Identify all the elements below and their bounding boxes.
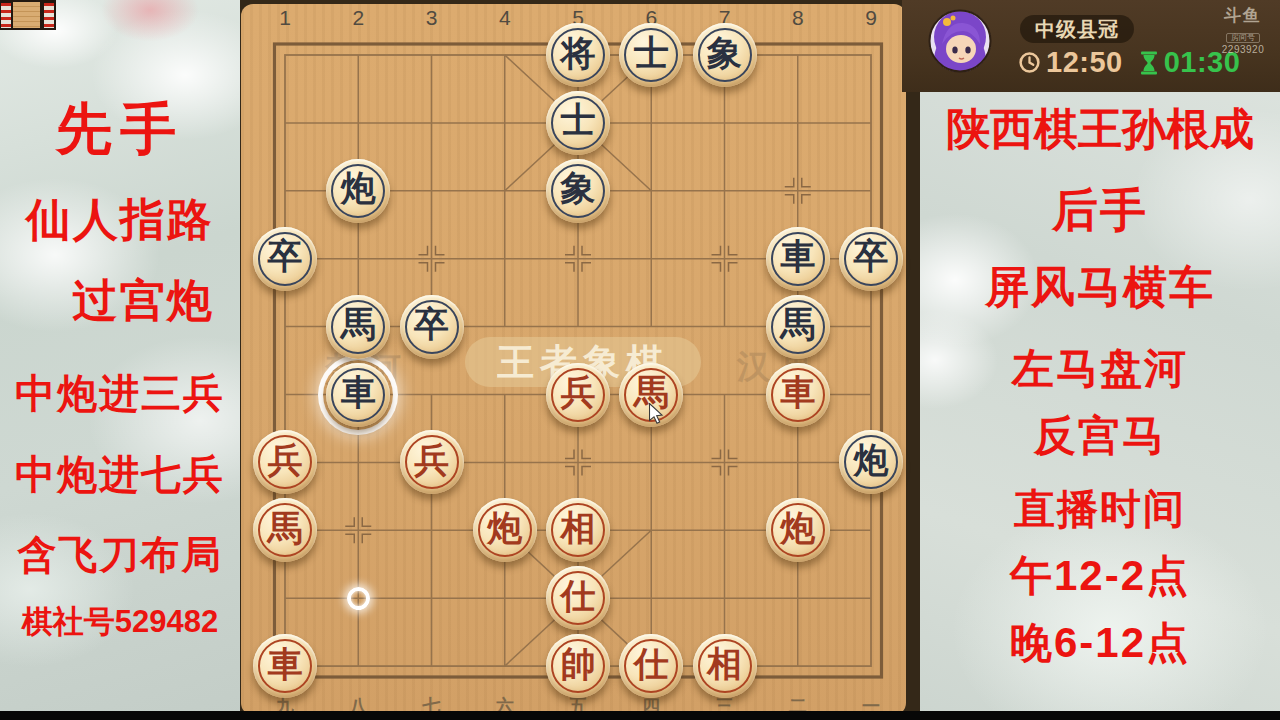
right-note-line-5: 反宫马 [920, 414, 1280, 458]
room-number-label: 房间号 [1226, 33, 1260, 44]
piece-glyph: 卒 [854, 233, 889, 280]
mini-thumb-left-text [1, 3, 11, 28]
piece-black-soldier[interactable]: 卒 [253, 227, 317, 291]
piece-glyph: 車 [780, 233, 815, 280]
stream-mini-thumbnail [0, 0, 56, 30]
bottom-black-bar [0, 711, 1280, 720]
right-note-line-8: 晚6-12点 [920, 621, 1280, 665]
player-info-panel: 中级县冠 12:50 01:30 斗鱼 房间号 2293920 [902, 0, 1280, 92]
piece-glyph: 仕 [561, 573, 596, 620]
piece-glyph: 相 [561, 505, 596, 552]
piece-glyph: 士 [634, 30, 669, 77]
left-note-line-4: 中炮进三兵 [0, 372, 240, 414]
file-label-top: 3 [419, 6, 445, 30]
mini-thumb-right-text [44, 3, 54, 28]
file-label-top: 9 [858, 6, 884, 30]
piece-glyph: 象 [707, 30, 742, 77]
piece-glyph: 車 [268, 641, 303, 688]
piece-black-advisor[interactable]: 士 [546, 91, 610, 155]
left-note-line-6: 含飞刀布局 [0, 535, 240, 576]
piece-black-elephant[interactable]: 象 [546, 159, 610, 223]
piece-glyph: 車 [780, 369, 815, 416]
piece-black-cannon[interactable]: 炮 [326, 159, 390, 223]
time-row: 12:50 01:30 [1018, 46, 1240, 79]
left-note-line-3: 过宫炮 [0, 277, 240, 324]
right-note-line-3: 屏风马横车 [920, 264, 1280, 310]
piece-red-cannon[interactable]: 炮 [766, 498, 830, 562]
piece-glyph: 卒 [414, 301, 449, 348]
piece-black-chariot[interactable]: 車 [326, 363, 390, 427]
avatar[interactable] [928, 9, 992, 73]
piece-black-soldier[interactable]: 卒 [400, 295, 464, 359]
piece-black-general[interactable]: 将 [546, 23, 610, 87]
piece-glyph: 将 [561, 30, 596, 77]
right-note-line-4: 左马盘河 [920, 347, 1280, 391]
piece-glyph: 卒 [268, 233, 303, 280]
piece-black-soldier[interactable]: 卒 [839, 227, 903, 291]
clock-icon [1018, 51, 1041, 74]
piece-glyph: 馬 [780, 301, 815, 348]
right-overlay-background: 陕西棋王孙根成后手屏风马横车左马盘河反宫马直播时间午12-2点晚6-12点 [920, 0, 1280, 720]
piece-red-soldier[interactable]: 兵 [400, 430, 464, 494]
right-note-line-2: 后手 [920, 186, 1280, 234]
piece-red-elephant[interactable]: 相 [546, 498, 610, 562]
piece-glyph: 象 [561, 165, 596, 212]
piece-black-advisor[interactable]: 士 [619, 23, 683, 87]
piece-glyph: 兵 [561, 369, 596, 416]
piece-glyph: 炮 [487, 505, 522, 552]
left-overlay-background: 先手仙人指路过宫炮中炮进三兵中炮进七兵含飞刀布局棋社号529482 [0, 0, 240, 720]
file-label-top: 8 [785, 6, 811, 30]
piece-glyph: 車 [341, 369, 376, 416]
rank-badge: 中级县冠 [1020, 15, 1134, 43]
piece-red-chariot[interactable]: 車 [253, 634, 317, 698]
piece-red-advisor[interactable]: 仕 [546, 566, 610, 630]
room-number: 2293920 [1216, 44, 1270, 55]
file-label-top: 1 [272, 6, 298, 30]
piece-glyph: 帥 [561, 641, 596, 688]
left-note-line-5: 中炮进七兵 [0, 453, 240, 495]
piece-red-elephant[interactable]: 相 [693, 634, 757, 698]
file-label-top: 4 [492, 6, 518, 30]
right-note-line-1: 陕西棋王孙根成 [920, 106, 1280, 152]
left-note-line-2: 仙人指路 [0, 196, 240, 243]
douyu-watermark: 斗鱼 房间号 2293920 [1216, 7, 1270, 55]
piece-black-chariot[interactable]: 車 [766, 227, 830, 291]
piece-red-soldier[interactable]: 兵 [253, 430, 317, 494]
left-note-line-7: 棋社号529482 [0, 606, 240, 639]
piece-red-advisor[interactable]: 仕 [619, 634, 683, 698]
piece-red-horse[interactable]: 馬 [253, 498, 317, 562]
douyu-logo: 斗鱼 [1216, 7, 1270, 26]
right-note-line-7: 午12-2点 [920, 554, 1280, 598]
piece-glyph: 炮 [341, 165, 376, 212]
mini-thumb-board [13, 2, 40, 28]
piece-glyph: 兵 [268, 437, 303, 484]
piece-glyph: 兵 [414, 437, 449, 484]
piece-red-soldier[interactable]: 兵 [546, 363, 610, 427]
piece-black-horse[interactable]: 馬 [326, 295, 390, 359]
piece-glyph: 炮 [854, 437, 889, 484]
piece-red-cannon[interactable]: 炮 [473, 498, 537, 562]
piece-glyph: 馬 [341, 301, 376, 348]
piece-glyph: 士 [561, 97, 596, 144]
piece-glyph: 仕 [634, 641, 669, 688]
right-note-line-6: 直播时间 [920, 488, 1280, 531]
piece-black-horse[interactable]: 馬 [766, 295, 830, 359]
piece-glyph: 馬 [268, 505, 303, 552]
piece-black-cannon[interactable]: 炮 [839, 430, 903, 494]
file-label-top: 2 [345, 6, 371, 30]
piece-black-elephant[interactable]: 象 [693, 23, 757, 87]
piece-glyph: 相 [707, 641, 742, 688]
hourglass-icon [1139, 51, 1159, 75]
left-note-line-1: 先手 [0, 100, 240, 159]
mouse-cursor [649, 403, 664, 425]
xiangqi-board-area: 楚河 汉界 王者象棋 123456789 九八七六五四三二一 将士象士炮象卒車卒… [240, 0, 920, 720]
piece-red-general[interactable]: 帥 [546, 634, 610, 698]
main-time: 12:50 [1046, 46, 1123, 79]
piece-glyph: 炮 [780, 505, 815, 552]
piece-red-chariot[interactable]: 車 [766, 363, 830, 427]
